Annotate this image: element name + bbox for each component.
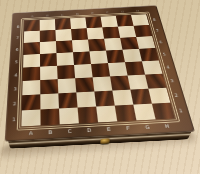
rank-label-8: 8 — [11, 21, 24, 32]
chess-board: ABCDEFGH ABCDEFGH 87654321 87654321 — [5, 0, 177, 150]
file-label-top-f: F — [99, 8, 116, 17]
file-label-top-c: C — [55, 10, 71, 19]
file-label-top-e: E — [84, 8, 100, 17]
rank-label-right-8: 8 — [146, 14, 162, 25]
file-label-top-h: H — [129, 6, 146, 15]
board-top-surface: ABCDEFGH ABCDEFGH 87654321 87654321 — [5, 5, 195, 141]
rank-label-6: 6 — [10, 43, 24, 56]
rank-label-right-7: 7 — [149, 24, 165, 36]
rank-label-right-5: 5 — [155, 47, 172, 60]
rank-labels-left: 87654321 — [6, 21, 25, 128]
rank-label-5: 5 — [9, 55, 23, 68]
rank-label-right-2: 2 — [166, 87, 185, 103]
rank-label-3: 3 — [7, 81, 22, 96]
rank-label-2: 2 — [7, 95, 23, 111]
rank-label-7: 7 — [11, 31, 25, 43]
brass-clasp — [100, 138, 110, 144]
rank-label-right-1: 1 — [170, 102, 190, 119]
rank-label-4: 4 — [8, 68, 23, 82]
file-label-top-b: B — [40, 11, 55, 20]
rank-label-right-6: 6 — [152, 35, 169, 48]
photo-of-chess-set: ABCDEFGH ABCDEFGH 87654321 87654321 — [0, 0, 200, 174]
rank-label-right-4: 4 — [159, 60, 177, 74]
rank-label-right-3: 3 — [163, 73, 182, 88]
file-label-top-a: A — [24, 11, 39, 20]
file-label-top-d: D — [69, 9, 85, 18]
rank-label-1: 1 — [6, 110, 22, 127]
